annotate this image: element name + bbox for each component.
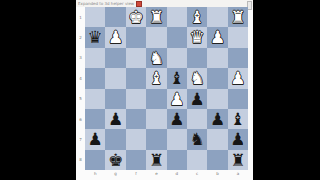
- square-e1: ♜: [146, 7, 166, 27]
- square-c6: [187, 109, 207, 129]
- square-a7: ♟: [228, 129, 248, 149]
- square-c4: ♞: [187, 68, 207, 88]
- square-h2: ♛: [85, 27, 105, 47]
- square-e2: [146, 27, 166, 47]
- white-knight-piece: ♞: [190, 68, 205, 88]
- file-labels: hgfedcba: [85, 170, 248, 178]
- square-e8: ♜: [146, 150, 166, 170]
- white-rook-piece: ♜: [149, 7, 164, 27]
- rank-label: 4: [76, 68, 85, 88]
- square-d4: ♝: [167, 68, 187, 88]
- close-icon[interactable]: [136, 1, 142, 7]
- square-g2: ♟: [105, 27, 125, 47]
- square-a8: ♜: [228, 150, 248, 170]
- rank-label: 7: [76, 129, 85, 149]
- black-bishop-piece: ♝: [169, 68, 184, 88]
- square-b7: [207, 129, 227, 149]
- square-d3: [167, 48, 187, 68]
- rank-label: 3: [76, 48, 85, 68]
- black-pawn-piece: ♟: [108, 109, 123, 129]
- file-label: h: [85, 170, 105, 178]
- square-c8: [187, 150, 207, 170]
- white-queen-piece: ♛: [190, 27, 205, 47]
- file-label: e: [146, 170, 166, 178]
- chess-board: ♚♜♝♜♛♟♛♟♞♝♝♞♟♟♟♟♟♟♝♟♞♟♚♜♜: [85, 7, 248, 170]
- square-b3: [207, 48, 227, 68]
- square-e6: [146, 109, 166, 129]
- white-bishop-piece: ♝: [190, 7, 205, 27]
- square-d5: ♟: [167, 89, 187, 109]
- square-f3: [126, 48, 146, 68]
- square-c2: ♛: [187, 27, 207, 47]
- square-g3: [105, 48, 125, 68]
- letterboxed-page: { "game": "chess", "caption": { "text": …: [0, 0, 320, 180]
- diagram-panel: Expanded to 3d helper view 12345678 ♚♜♝♜…: [76, 0, 253, 180]
- square-f7: [126, 129, 146, 149]
- square-h7: ♟: [85, 129, 105, 149]
- square-c5: ♟: [187, 89, 207, 109]
- black-bishop-piece: ♝: [230, 109, 245, 129]
- caption-text: Expanded to 3d helper view: [78, 0, 134, 7]
- square-e3: ♞: [146, 48, 166, 68]
- square-f4: [126, 68, 146, 88]
- square-g5: [105, 89, 125, 109]
- square-d1: [167, 7, 187, 27]
- square-f5: [126, 89, 146, 109]
- black-pawn-piece: ♟: [230, 129, 245, 149]
- square-a2: [228, 27, 248, 47]
- square-b1: [207, 7, 227, 27]
- square-d6: ♟: [167, 109, 187, 129]
- rank-label: 2: [76, 27, 85, 47]
- square-b8: [207, 150, 227, 170]
- square-b6: ♟: [207, 109, 227, 129]
- rank-label: 8: [76, 150, 85, 170]
- square-f6: [126, 109, 146, 129]
- square-f1: ♚: [126, 7, 146, 27]
- black-pawn-piece: ♟: [210, 109, 225, 129]
- white-bishop-piece: ♝: [149, 68, 164, 88]
- square-g4: [105, 68, 125, 88]
- black-queen-piece: ♛: [88, 27, 103, 47]
- black-rook-piece: ♜: [149, 150, 164, 170]
- square-h8: [85, 150, 105, 170]
- square-g1: [105, 7, 125, 27]
- white-king-piece: ♚: [128, 7, 143, 27]
- rank-label: 5: [76, 89, 85, 109]
- square-d2: [167, 27, 187, 47]
- square-f2: [126, 27, 146, 47]
- square-e5: [146, 89, 166, 109]
- square-a4: ♟: [228, 68, 248, 88]
- square-b5: [207, 89, 227, 109]
- black-pawn-piece: ♟: [190, 89, 205, 109]
- square-e7: [146, 129, 166, 149]
- square-h3: [85, 48, 105, 68]
- rank-label: 1: [76, 7, 85, 27]
- caption-bar: Expanded to 3d helper view: [76, 0, 253, 7]
- file-label: c: [187, 170, 207, 178]
- square-a3: [228, 48, 248, 68]
- rank-labels: 12345678: [76, 7, 85, 170]
- white-pawn-piece: ♟: [108, 27, 123, 47]
- square-d8: [167, 150, 187, 170]
- black-pawn-piece: ♟: [169, 109, 184, 129]
- square-a5: [228, 89, 248, 109]
- black-pawn-piece: ♟: [88, 129, 103, 149]
- black-rook-piece: ♜: [230, 150, 245, 170]
- square-f8: [126, 150, 146, 170]
- file-label: f: [126, 170, 146, 178]
- file-label: a: [228, 170, 248, 178]
- black-king-piece: ♚: [108, 150, 123, 170]
- square-h5: [85, 89, 105, 109]
- square-c1: ♝: [187, 7, 207, 27]
- square-d7: [167, 129, 187, 149]
- file-label: g: [105, 170, 125, 178]
- file-label: d: [167, 170, 187, 178]
- square-b4: [207, 68, 227, 88]
- file-label: b: [207, 170, 227, 178]
- square-h1: [85, 7, 105, 27]
- white-rook-piece: ♜: [230, 7, 245, 27]
- white-pawn-piece: ♟: [210, 27, 225, 47]
- white-pawn-piece: ♟: [230, 68, 245, 88]
- white-pawn-piece: ♟: [169, 89, 184, 109]
- square-b2: ♟: [207, 27, 227, 47]
- square-c3: [187, 48, 207, 68]
- square-a1: ♜: [228, 7, 248, 27]
- square-a6: ♝: [228, 109, 248, 129]
- square-g7: [105, 129, 125, 149]
- rank-label: 6: [76, 109, 85, 129]
- square-h4: [85, 68, 105, 88]
- black-knight-piece: ♞: [190, 129, 205, 149]
- square-g6: ♟: [105, 109, 125, 129]
- square-c7: ♞: [187, 129, 207, 149]
- square-g8: ♚: [105, 150, 125, 170]
- square-h6: [85, 109, 105, 129]
- square-e4: ♝: [146, 68, 166, 88]
- white-knight-piece: ♞: [149, 48, 164, 68]
